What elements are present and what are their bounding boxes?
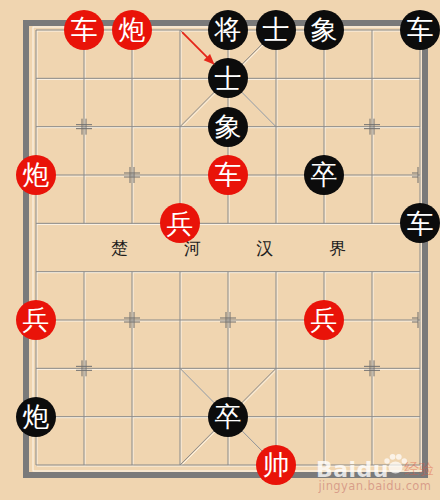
- xiangqi-board: 楚 河 汉 界 车炮将士象车士象炮车卒兵车兵兵炮卒帅 Baidu 经验 jing…: [0, 0, 440, 500]
- piece-glyph: 炮: [119, 16, 146, 43]
- piece-glyph: 士: [263, 16, 290, 43]
- piece-black-soldier[interactable]: 卒: [304, 155, 344, 195]
- piece-black-general[interactable]: 将: [208, 10, 248, 50]
- piece-glyph: 车: [71, 16, 98, 43]
- watermark-brand: Baidu: [316, 457, 389, 482]
- piece-glyph: 帅: [263, 451, 290, 478]
- piece-red-soldier[interactable]: 兵: [16, 300, 56, 340]
- piece-black-chariot[interactable]: 车: [400, 203, 440, 243]
- piece-glyph: 车: [407, 16, 434, 43]
- watermark: Baidu 经验 jingyan.baidu.com: [316, 457, 434, 493]
- piece-black-cannon[interactable]: 炮: [16, 397, 56, 437]
- piece-glyph: 炮: [23, 403, 50, 430]
- board-intersections: 车炮将士象车士象炮车卒兵车兵兵炮卒帅: [12, 6, 440, 489]
- piece-red-cannon[interactable]: 炮: [16, 155, 56, 195]
- piece-red-soldier[interactable]: 兵: [160, 203, 200, 243]
- piece-glyph: 象: [215, 113, 242, 140]
- piece-glyph: 士: [215, 65, 242, 92]
- watermark-badge: 经验: [404, 460, 434, 479]
- piece-glyph: 兵: [167, 210, 194, 237]
- watermark-url: jingyan.baidu.com: [316, 479, 434, 493]
- piece-glyph: 炮: [23, 161, 50, 188]
- piece-red-soldier[interactable]: 兵: [304, 300, 344, 340]
- piece-black-soldier[interactable]: 卒: [208, 397, 248, 437]
- piece-black-elephant[interactable]: 象: [304, 10, 344, 50]
- piece-black-chariot[interactable]: 车: [400, 10, 440, 50]
- piece-glyph: 卒: [215, 403, 242, 430]
- piece-glyph: 车: [407, 210, 434, 237]
- paw-icon: [383, 452, 408, 479]
- piece-red-chariot[interactable]: 车: [64, 10, 104, 50]
- piece-glyph: 卒: [311, 161, 338, 188]
- piece-red-chariot[interactable]: 车: [208, 155, 248, 195]
- piece-black-advisor[interactable]: 士: [256, 10, 296, 50]
- piece-black-advisor[interactable]: 士: [208, 58, 248, 98]
- piece-glyph: 象: [311, 16, 338, 43]
- piece-glyph: 兵: [23, 306, 50, 333]
- piece-glyph: 车: [215, 161, 242, 188]
- piece-red-general[interactable]: 帅: [256, 445, 296, 485]
- piece-glyph: 将: [215, 16, 242, 43]
- piece-red-cannon[interactable]: 炮: [112, 10, 152, 50]
- piece-glyph: 兵: [311, 306, 338, 333]
- piece-black-elephant[interactable]: 象: [208, 107, 248, 147]
